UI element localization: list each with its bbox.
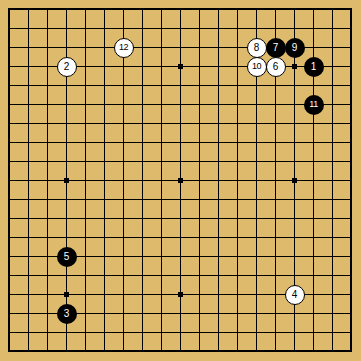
- intersection[interactable]: [0, 95, 19, 114]
- intersection[interactable]: [190, 285, 209, 304]
- intersection[interactable]: [171, 285, 190, 304]
- intersection[interactable]: [285, 247, 304, 266]
- intersection[interactable]: [285, 228, 304, 247]
- intersection[interactable]: [19, 190, 38, 209]
- intersection[interactable]: [95, 152, 114, 171]
- intersection[interactable]: [190, 247, 209, 266]
- intersection[interactable]: [190, 114, 209, 133]
- intersection[interactable]: [95, 76, 114, 95]
- intersection[interactable]: [342, 171, 361, 190]
- intersection[interactable]: [152, 228, 171, 247]
- intersection[interactable]: [171, 266, 190, 285]
- intersection[interactable]: [38, 266, 57, 285]
- intersection[interactable]: [190, 304, 209, 323]
- intersection[interactable]: [247, 171, 266, 190]
- intersection[interactable]: [209, 152, 228, 171]
- intersection[interactable]: [190, 342, 209, 361]
- intersection[interactable]: [133, 342, 152, 361]
- intersection[interactable]: [323, 57, 342, 76]
- intersection[interactable]: [0, 171, 19, 190]
- intersection[interactable]: [323, 209, 342, 228]
- intersection[interactable]: [190, 266, 209, 285]
- intersection[interactable]: [304, 0, 323, 19]
- intersection[interactable]: [247, 266, 266, 285]
- intersection[interactable]: [38, 171, 57, 190]
- intersection[interactable]: [114, 266, 133, 285]
- intersection[interactable]: [0, 0, 19, 19]
- intersection[interactable]: [171, 190, 190, 209]
- intersection[interactable]: [266, 19, 285, 38]
- intersection[interactable]: [95, 114, 114, 133]
- intersection[interactable]: [19, 323, 38, 342]
- intersection[interactable]: [342, 209, 361, 228]
- intersection[interactable]: [266, 266, 285, 285]
- intersection[interactable]: [190, 152, 209, 171]
- intersection[interactable]: [285, 342, 304, 361]
- intersection[interactable]: [171, 228, 190, 247]
- intersection[interactable]: [19, 247, 38, 266]
- intersection[interactable]: [0, 323, 19, 342]
- intersection[interactable]: [304, 323, 323, 342]
- intersection[interactable]: [114, 19, 133, 38]
- intersection[interactable]: [114, 114, 133, 133]
- intersection[interactable]: [95, 57, 114, 76]
- intersection[interactable]: [266, 323, 285, 342]
- intersection[interactable]: [152, 19, 171, 38]
- intersection[interactable]: [323, 38, 342, 57]
- intersection[interactable]: [266, 152, 285, 171]
- intersection[interactable]: [228, 342, 247, 361]
- intersection[interactable]: [171, 209, 190, 228]
- intersection[interactable]: [19, 304, 38, 323]
- intersection[interactable]: [114, 304, 133, 323]
- intersection[interactable]: [209, 209, 228, 228]
- intersection[interactable]: [342, 0, 361, 19]
- intersection[interactable]: [247, 285, 266, 304]
- intersection[interactable]: 3: [57, 304, 76, 323]
- intersection[interactable]: [133, 228, 152, 247]
- intersection[interactable]: [285, 266, 304, 285]
- intersection[interactable]: [133, 38, 152, 57]
- intersection[interactable]: [133, 304, 152, 323]
- intersection[interactable]: [19, 133, 38, 152]
- intersection[interactable]: [133, 95, 152, 114]
- intersection[interactable]: [266, 95, 285, 114]
- intersection[interactable]: [0, 342, 19, 361]
- intersection[interactable]: [228, 38, 247, 57]
- intersection[interactable]: [323, 76, 342, 95]
- intersection[interactable]: [57, 285, 76, 304]
- intersection[interactable]: [152, 247, 171, 266]
- intersection[interactable]: [19, 0, 38, 19]
- intersection[interactable]: [38, 57, 57, 76]
- intersection[interactable]: [76, 247, 95, 266]
- intersection[interactable]: [76, 95, 95, 114]
- intersection[interactable]: [285, 190, 304, 209]
- intersection[interactable]: [323, 190, 342, 209]
- intersection[interactable]: [0, 304, 19, 323]
- intersection[interactable]: [133, 19, 152, 38]
- intersection[interactable]: [57, 114, 76, 133]
- intersection[interactable]: [190, 190, 209, 209]
- intersection[interactable]: [0, 228, 19, 247]
- intersection[interactable]: [304, 342, 323, 361]
- intersection[interactable]: 4: [285, 285, 304, 304]
- intersection[interactable]: [19, 19, 38, 38]
- intersection[interactable]: [38, 228, 57, 247]
- intersection[interactable]: [247, 19, 266, 38]
- intersection[interactable]: [266, 285, 285, 304]
- intersection[interactable]: [247, 95, 266, 114]
- intersection[interactable]: [228, 323, 247, 342]
- intersection[interactable]: [76, 57, 95, 76]
- intersection[interactable]: [19, 266, 38, 285]
- intersection[interactable]: [133, 323, 152, 342]
- intersection[interactable]: [152, 133, 171, 152]
- intersection[interactable]: [209, 0, 228, 19]
- intersection[interactable]: [152, 266, 171, 285]
- intersection[interactable]: [57, 152, 76, 171]
- intersection[interactable]: [38, 19, 57, 38]
- intersection[interactable]: [95, 171, 114, 190]
- intersection[interactable]: [152, 114, 171, 133]
- intersection[interactable]: [247, 323, 266, 342]
- intersection[interactable]: [342, 342, 361, 361]
- intersection[interactable]: [228, 285, 247, 304]
- intersection[interactable]: [342, 228, 361, 247]
- intersection[interactable]: [76, 171, 95, 190]
- intersection[interactable]: [152, 152, 171, 171]
- intersection[interactable]: [266, 342, 285, 361]
- intersection[interactable]: [152, 95, 171, 114]
- intersection[interactable]: [0, 190, 19, 209]
- intersection[interactable]: [133, 247, 152, 266]
- intersection[interactable]: [285, 152, 304, 171]
- intersection[interactable]: [57, 76, 76, 95]
- intersection[interactable]: [209, 76, 228, 95]
- intersection[interactable]: [133, 209, 152, 228]
- intersection[interactable]: [133, 152, 152, 171]
- intersection[interactable]: [76, 228, 95, 247]
- intersection[interactable]: [95, 190, 114, 209]
- intersection[interactable]: [114, 76, 133, 95]
- intersection[interactable]: [209, 133, 228, 152]
- intersection[interactable]: [228, 133, 247, 152]
- intersection[interactable]: [114, 0, 133, 19]
- intersection[interactable]: [304, 19, 323, 38]
- intersection[interactable]: [266, 0, 285, 19]
- intersection[interactable]: [323, 19, 342, 38]
- intersection[interactable]: [38, 190, 57, 209]
- intersection[interactable]: [0, 57, 19, 76]
- intersection[interactable]: [133, 0, 152, 19]
- intersection[interactable]: [171, 152, 190, 171]
- intersection[interactable]: [152, 304, 171, 323]
- intersection[interactable]: [342, 152, 361, 171]
- intersection[interactable]: [285, 133, 304, 152]
- intersection[interactable]: [76, 114, 95, 133]
- intersection[interactable]: [19, 209, 38, 228]
- intersection[interactable]: [57, 209, 76, 228]
- intersection[interactable]: [0, 38, 19, 57]
- intersection[interactable]: [152, 76, 171, 95]
- intersection[interactable]: [114, 285, 133, 304]
- intersection[interactable]: [152, 57, 171, 76]
- intersection[interactable]: [323, 247, 342, 266]
- intersection[interactable]: [247, 247, 266, 266]
- intersection[interactable]: [95, 285, 114, 304]
- intersection[interactable]: [19, 76, 38, 95]
- intersection[interactable]: [323, 171, 342, 190]
- intersection[interactable]: [304, 171, 323, 190]
- intersection[interactable]: [38, 152, 57, 171]
- intersection[interactable]: [171, 133, 190, 152]
- intersection[interactable]: [209, 228, 228, 247]
- intersection[interactable]: [190, 209, 209, 228]
- intersection[interactable]: [171, 247, 190, 266]
- intersection[interactable]: [190, 228, 209, 247]
- intersection[interactable]: 12: [114, 38, 133, 57]
- intersection[interactable]: [342, 323, 361, 342]
- intersection[interactable]: [266, 304, 285, 323]
- intersection[interactable]: [247, 0, 266, 19]
- intersection[interactable]: [76, 342, 95, 361]
- intersection[interactable]: [342, 247, 361, 266]
- intersection[interactable]: [95, 0, 114, 19]
- intersection[interactable]: [95, 247, 114, 266]
- intersection[interactable]: [57, 0, 76, 19]
- intersection[interactable]: [19, 95, 38, 114]
- intersection[interactable]: [285, 114, 304, 133]
- intersection[interactable]: [95, 209, 114, 228]
- intersection[interactable]: [190, 95, 209, 114]
- intersection[interactable]: [95, 304, 114, 323]
- intersection[interactable]: [171, 0, 190, 19]
- intersection[interactable]: [114, 247, 133, 266]
- intersection[interactable]: [114, 95, 133, 114]
- intersection[interactable]: [0, 152, 19, 171]
- intersection[interactable]: [19, 114, 38, 133]
- intersection[interactable]: [266, 76, 285, 95]
- intersection[interactable]: [76, 152, 95, 171]
- intersection[interactable]: [304, 133, 323, 152]
- intersection[interactable]: [114, 228, 133, 247]
- intersection[interactable]: [0, 266, 19, 285]
- intersection[interactable]: [152, 323, 171, 342]
- intersection[interactable]: [171, 95, 190, 114]
- intersection[interactable]: [228, 247, 247, 266]
- intersection[interactable]: [342, 76, 361, 95]
- intersection[interactable]: [190, 323, 209, 342]
- intersection[interactable]: [190, 133, 209, 152]
- intersection[interactable]: [209, 285, 228, 304]
- intersection[interactable]: [133, 171, 152, 190]
- intersection[interactable]: [38, 95, 57, 114]
- intersection[interactable]: [133, 133, 152, 152]
- intersection[interactable]: [114, 323, 133, 342]
- intersection[interactable]: [114, 209, 133, 228]
- intersection[interactable]: [19, 152, 38, 171]
- intersection[interactable]: [342, 95, 361, 114]
- intersection[interactable]: [152, 38, 171, 57]
- intersection[interactable]: [133, 266, 152, 285]
- intersection[interactable]: [228, 152, 247, 171]
- intersection[interactable]: [247, 209, 266, 228]
- intersection[interactable]: [171, 76, 190, 95]
- intersection[interactable]: [304, 76, 323, 95]
- intersection[interactable]: [76, 266, 95, 285]
- intersection[interactable]: [209, 342, 228, 361]
- intersection[interactable]: [209, 247, 228, 266]
- intersection[interactable]: [342, 190, 361, 209]
- intersection[interactable]: [152, 209, 171, 228]
- intersection[interactable]: [152, 0, 171, 19]
- intersection[interactable]: [342, 19, 361, 38]
- intersection[interactable]: [38, 38, 57, 57]
- intersection[interactable]: [247, 190, 266, 209]
- intersection[interactable]: [76, 133, 95, 152]
- intersection[interactable]: [266, 228, 285, 247]
- intersection[interactable]: [304, 190, 323, 209]
- intersection[interactable]: [247, 342, 266, 361]
- intersection[interactable]: [285, 57, 304, 76]
- intersection[interactable]: [38, 76, 57, 95]
- intersection[interactable]: [57, 342, 76, 361]
- intersection[interactable]: [0, 209, 19, 228]
- intersection[interactable]: [247, 76, 266, 95]
- intersection[interactable]: [342, 38, 361, 57]
- intersection[interactable]: [190, 57, 209, 76]
- intersection[interactable]: [304, 152, 323, 171]
- intersection[interactable]: [209, 190, 228, 209]
- intersection[interactable]: [342, 57, 361, 76]
- intersection[interactable]: [76, 38, 95, 57]
- intersection[interactable]: [323, 228, 342, 247]
- intersection[interactable]: [171, 57, 190, 76]
- intersection[interactable]: [209, 266, 228, 285]
- intersection[interactable]: [171, 323, 190, 342]
- intersection[interactable]: [114, 152, 133, 171]
- intersection[interactable]: [266, 209, 285, 228]
- intersection[interactable]: [228, 266, 247, 285]
- intersection[interactable]: [304, 247, 323, 266]
- intersection[interactable]: [0, 19, 19, 38]
- intersection[interactable]: [228, 19, 247, 38]
- intersection[interactable]: 8: [247, 38, 266, 57]
- intersection[interactable]: [190, 76, 209, 95]
- intersection[interactable]: [57, 133, 76, 152]
- intersection[interactable]: [228, 76, 247, 95]
- intersection[interactable]: [209, 171, 228, 190]
- intersection[interactable]: [0, 133, 19, 152]
- intersection[interactable]: [304, 38, 323, 57]
- intersection[interactable]: [152, 285, 171, 304]
- intersection[interactable]: 5: [57, 247, 76, 266]
- intersection[interactable]: [228, 171, 247, 190]
- intersection[interactable]: [95, 38, 114, 57]
- intersection[interactable]: [133, 190, 152, 209]
- intersection[interactable]: [209, 38, 228, 57]
- intersection[interactable]: [228, 228, 247, 247]
- intersection[interactable]: [228, 209, 247, 228]
- intersection[interactable]: [171, 19, 190, 38]
- intersection[interactable]: [19, 38, 38, 57]
- intersection[interactable]: [285, 209, 304, 228]
- intersection[interactable]: [323, 133, 342, 152]
- intersection[interactable]: [95, 266, 114, 285]
- intersection[interactable]: [323, 342, 342, 361]
- intersection[interactable]: [76, 0, 95, 19]
- intersection[interactable]: [19, 285, 38, 304]
- intersection[interactable]: [190, 19, 209, 38]
- intersection[interactable]: [133, 76, 152, 95]
- intersection[interactable]: [323, 266, 342, 285]
- intersection[interactable]: [38, 114, 57, 133]
- intersection[interactable]: [342, 133, 361, 152]
- intersection[interactable]: [323, 323, 342, 342]
- intersection[interactable]: [323, 0, 342, 19]
- intersection[interactable]: [171, 114, 190, 133]
- intersection[interactable]: [228, 114, 247, 133]
- intersection[interactable]: 1: [304, 57, 323, 76]
- intersection[interactable]: [342, 304, 361, 323]
- intersection[interactable]: [19, 342, 38, 361]
- intersection[interactable]: [228, 57, 247, 76]
- intersection[interactable]: [133, 285, 152, 304]
- intersection[interactable]: [304, 114, 323, 133]
- intersection[interactable]: [342, 114, 361, 133]
- intersection[interactable]: [114, 133, 133, 152]
- intersection[interactable]: [323, 95, 342, 114]
- intersection[interactable]: [209, 95, 228, 114]
- intersection[interactable]: [190, 38, 209, 57]
- intersection[interactable]: [114, 190, 133, 209]
- intersection[interactable]: [228, 95, 247, 114]
- intersection[interactable]: [76, 76, 95, 95]
- intersection[interactable]: [228, 304, 247, 323]
- intersection[interactable]: [133, 114, 152, 133]
- intersection[interactable]: [304, 266, 323, 285]
- intersection[interactable]: [342, 285, 361, 304]
- intersection[interactable]: [228, 0, 247, 19]
- intersection[interactable]: [171, 342, 190, 361]
- intersection[interactable]: [38, 247, 57, 266]
- intersection[interactable]: 11: [304, 95, 323, 114]
- intersection[interactable]: [323, 285, 342, 304]
- intersection[interactable]: [95, 19, 114, 38]
- intersection[interactable]: [209, 19, 228, 38]
- intersection[interactable]: [266, 247, 285, 266]
- intersection[interactable]: [323, 304, 342, 323]
- intersection[interactable]: [285, 171, 304, 190]
- intersection[interactable]: [304, 228, 323, 247]
- intersection[interactable]: [114, 171, 133, 190]
- intersection[interactable]: [57, 38, 76, 57]
- intersection[interactable]: [285, 95, 304, 114]
- intersection[interactable]: [209, 304, 228, 323]
- intersection[interactable]: [76, 323, 95, 342]
- intersection[interactable]: [95, 228, 114, 247]
- intersection[interactable]: [57, 171, 76, 190]
- intersection[interactable]: [171, 304, 190, 323]
- intersection[interactable]: [247, 228, 266, 247]
- intersection[interactable]: [323, 114, 342, 133]
- intersection[interactable]: [76, 285, 95, 304]
- intersection[interactable]: [76, 304, 95, 323]
- intersection[interactable]: [266, 171, 285, 190]
- intersection[interactable]: [95, 95, 114, 114]
- intersection[interactable]: [0, 76, 19, 95]
